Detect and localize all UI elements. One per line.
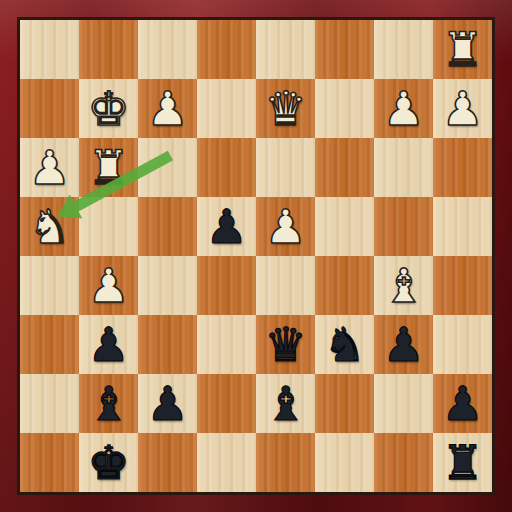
square-a6[interactable]: ♟ <box>20 138 79 197</box>
square-h4[interactable] <box>433 256 492 315</box>
square-h3[interactable] <box>433 315 492 374</box>
square-g4[interactable]: ♝ <box>374 256 433 315</box>
black-pawn[interactable]: ♟ <box>382 315 424 374</box>
square-b1[interactable]: ♚ <box>79 433 138 492</box>
square-g7[interactable]: ♟ <box>374 79 433 138</box>
square-a1[interactable] <box>20 433 79 492</box>
square-d5[interactable]: ♟ <box>197 197 256 256</box>
square-a7[interactable] <box>20 79 79 138</box>
square-d4[interactable] <box>197 256 256 315</box>
square-c8[interactable] <box>138 20 197 79</box>
square-b5[interactable] <box>79 197 138 256</box>
square-d7[interactable] <box>197 79 256 138</box>
black-king[interactable]: ♚ <box>87 433 129 492</box>
square-c5[interactable] <box>138 197 197 256</box>
black-bishop[interactable]: ♝ <box>264 374 306 433</box>
square-h2[interactable]: ♟ <box>433 374 492 433</box>
square-g6[interactable] <box>374 138 433 197</box>
square-g2[interactable] <box>374 374 433 433</box>
square-a5[interactable]: ♞ <box>20 197 79 256</box>
square-h8[interactable]: ♜ <box>433 20 492 79</box>
square-g5[interactable] <box>374 197 433 256</box>
square-c2[interactable]: ♟ <box>138 374 197 433</box>
white-pawn[interactable]: ♟ <box>28 138 70 197</box>
square-e3[interactable]: ♛ <box>256 315 315 374</box>
square-b3[interactable]: ♟ <box>79 315 138 374</box>
black-queen[interactable]: ♛ <box>264 315 306 374</box>
square-f5[interactable] <box>315 197 374 256</box>
square-b8[interactable] <box>79 20 138 79</box>
square-c4[interactable] <box>138 256 197 315</box>
square-f2[interactable] <box>315 374 374 433</box>
square-e7[interactable]: ♛ <box>256 79 315 138</box>
square-b4[interactable]: ♟ <box>79 256 138 315</box>
square-b7[interactable]: ♚ <box>79 79 138 138</box>
square-c7[interactable]: ♟ <box>138 79 197 138</box>
square-d1[interactable] <box>197 433 256 492</box>
square-c3[interactable] <box>138 315 197 374</box>
board-frame: ♜♚♟♛♟♟♟♜♞♟♟♟♝♟♛♞♟♝♟♝♟♚♜ <box>0 0 512 512</box>
square-d2[interactable] <box>197 374 256 433</box>
square-f4[interactable] <box>315 256 374 315</box>
square-a2[interactable] <box>20 374 79 433</box>
square-c1[interactable] <box>138 433 197 492</box>
square-h7[interactable]: ♟ <box>433 79 492 138</box>
square-e1[interactable] <box>256 433 315 492</box>
square-a4[interactable] <box>20 256 79 315</box>
black-bishop[interactable]: ♝ <box>87 374 129 433</box>
white-pawn[interactable]: ♟ <box>264 197 306 256</box>
square-b2[interactable]: ♝ <box>79 374 138 433</box>
square-e4[interactable] <box>256 256 315 315</box>
square-h5[interactable] <box>433 197 492 256</box>
black-pawn[interactable]: ♟ <box>146 374 188 433</box>
square-d3[interactable] <box>197 315 256 374</box>
white-knight[interactable]: ♞ <box>28 197 70 256</box>
square-e8[interactable] <box>256 20 315 79</box>
square-g1[interactable] <box>374 433 433 492</box>
square-f1[interactable] <box>315 433 374 492</box>
square-e2[interactable]: ♝ <box>256 374 315 433</box>
square-f6[interactable] <box>315 138 374 197</box>
square-a3[interactable] <box>20 315 79 374</box>
white-pawn[interactable]: ♟ <box>87 256 129 315</box>
square-e6[interactable] <box>256 138 315 197</box>
square-e5[interactable]: ♟ <box>256 197 315 256</box>
square-h6[interactable] <box>433 138 492 197</box>
square-f8[interactable] <box>315 20 374 79</box>
black-rook[interactable]: ♜ <box>441 433 483 492</box>
white-bishop[interactable]: ♝ <box>382 256 424 315</box>
square-b6[interactable]: ♜ <box>79 138 138 197</box>
white-pawn[interactable]: ♟ <box>382 79 424 138</box>
square-a8[interactable] <box>20 20 79 79</box>
black-pawn[interactable]: ♟ <box>87 315 129 374</box>
white-rook[interactable]: ♜ <box>87 138 129 197</box>
square-c6[interactable] <box>138 138 197 197</box>
square-g8[interactable] <box>374 20 433 79</box>
square-f3[interactable]: ♞ <box>315 315 374 374</box>
square-d6[interactable] <box>197 138 256 197</box>
white-rook[interactable]: ♜ <box>441 20 483 79</box>
white-pawn[interactable]: ♟ <box>146 79 188 138</box>
square-f7[interactable] <box>315 79 374 138</box>
board-inner-edge: ♜♚♟♛♟♟♟♜♞♟♟♟♝♟♛♞♟♝♟♝♟♚♜ <box>17 17 495 495</box>
black-knight[interactable]: ♞ <box>323 315 365 374</box>
square-h1[interactable]: ♜ <box>433 433 492 492</box>
square-g3[interactable]: ♟ <box>374 315 433 374</box>
square-d8[interactable] <box>197 20 256 79</box>
white-king[interactable]: ♚ <box>87 79 129 138</box>
white-queen[interactable]: ♛ <box>264 79 306 138</box>
white-pawn[interactable]: ♟ <box>441 79 483 138</box>
chess-board: ♜♚♟♛♟♟♟♜♞♟♟♟♝♟♛♞♟♝♟♝♟♚♜ <box>20 20 492 492</box>
black-pawn[interactable]: ♟ <box>441 374 483 433</box>
black-pawn[interactable]: ♟ <box>205 197 247 256</box>
